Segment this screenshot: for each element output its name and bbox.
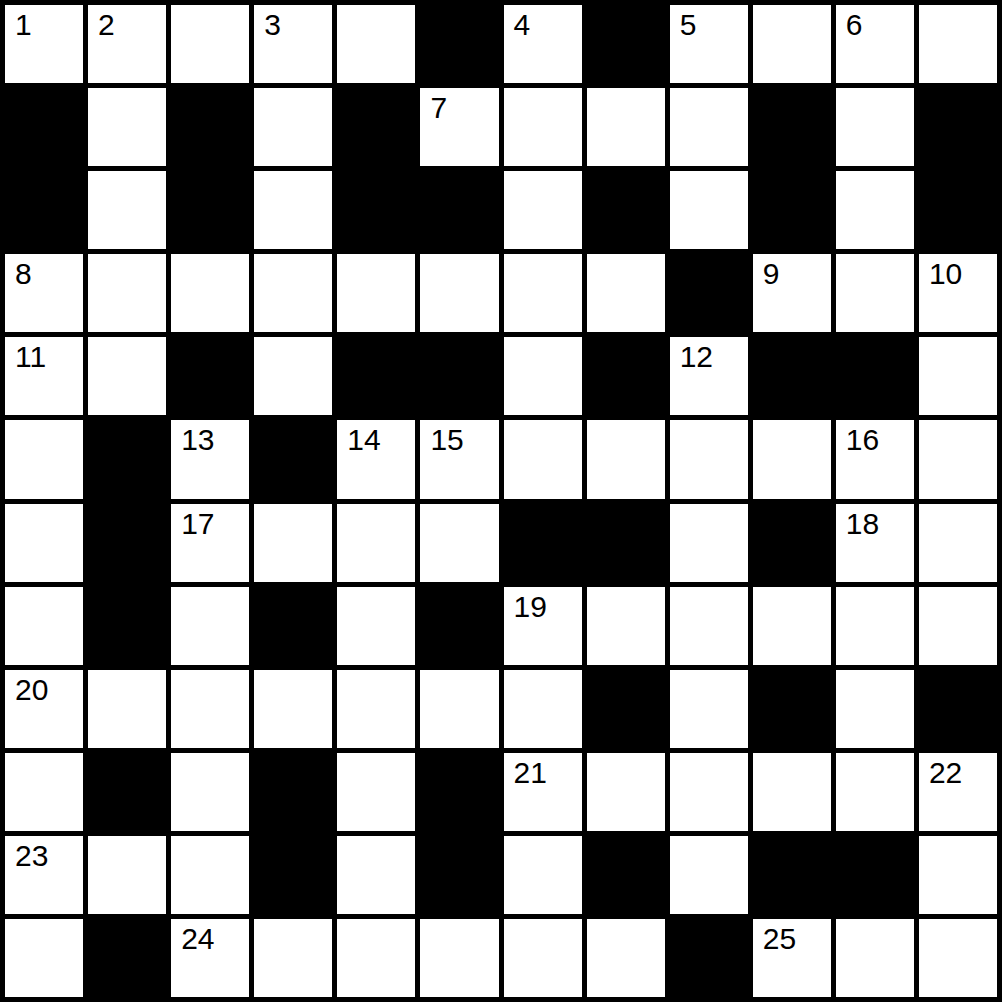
white-cell-r0-c9[interactable]: [753, 5, 831, 83]
white-cell-r7-c10[interactable]: [836, 587, 914, 665]
white-cell-r9-c11[interactable]: 22: [919, 753, 997, 831]
white-cell-r8-c0[interactable]: 20: [5, 670, 83, 748]
clue-number: 23: [15, 841, 48, 871]
crossword-grid: 1234567891011121314151617181920212223242…: [0, 0, 1002, 1002]
white-cell-r8-c2[interactable]: [171, 670, 249, 748]
white-cell-r5-c11[interactable]: [919, 420, 997, 498]
white-cell-r0-c8[interactable]: 5: [670, 5, 748, 83]
black-cell-r1-c0: [5, 88, 83, 166]
clue-number: 3: [264, 10, 281, 40]
white-cell-r11-c6[interactable]: [504, 919, 582, 997]
white-cell-r0-c1[interactable]: 2: [88, 5, 166, 83]
black-cell-r4-c2: [171, 337, 249, 415]
black-cell-r0-c7: [587, 5, 665, 83]
white-cell-r5-c2[interactable]: 13: [171, 420, 249, 498]
white-cell-r1-c6[interactable]: [504, 88, 582, 166]
white-cell-r11-c0[interactable]: [5, 919, 83, 997]
black-cell-r2-c0: [5, 171, 83, 249]
white-cell-r2-c8[interactable]: [670, 171, 748, 249]
white-cell-r4-c8[interactable]: 12: [670, 337, 748, 415]
clue-number: 8: [15, 259, 32, 289]
white-cell-r4-c0[interactable]: 11: [5, 337, 83, 415]
black-cell-r4-c10: [836, 337, 914, 415]
white-cell-r9-c2[interactable]: [171, 753, 249, 831]
black-cell-r7-c3: [254, 587, 332, 665]
white-cell-r7-c4[interactable]: [337, 587, 415, 665]
black-cell-r10-c3: [254, 836, 332, 914]
clue-number: 12: [680, 342, 713, 372]
white-cell-r9-c7[interactable]: [587, 753, 665, 831]
black-cell-r5-c1: [88, 420, 166, 498]
white-cell-r11-c4[interactable]: [337, 919, 415, 997]
white-cell-r1-c3[interactable]: [254, 88, 332, 166]
white-cell-r6-c4[interactable]: [337, 504, 415, 582]
white-cell-r2-c6[interactable]: [504, 171, 582, 249]
white-cell-r5-c7[interactable]: [587, 420, 665, 498]
black-cell-r4-c7: [587, 337, 665, 415]
white-cell-r11-c11[interactable]: [919, 919, 997, 997]
white-cell-r8-c6[interactable]: [504, 670, 582, 748]
black-cell-r10-c5: [420, 836, 498, 914]
white-cell-r5-c8[interactable]: [670, 420, 748, 498]
white-cell-r6-c3[interactable]: [254, 504, 332, 582]
black-cell-r3-c8: [670, 254, 748, 332]
black-cell-r1-c9: [753, 88, 831, 166]
white-cell-r5-c4[interactable]: 14: [337, 420, 415, 498]
white-cell-r1-c1[interactable]: [88, 88, 166, 166]
clue-number: 7: [430, 93, 447, 123]
clue-number: 14: [347, 425, 380, 455]
white-cell-r4-c11[interactable]: [919, 337, 997, 415]
clue-number: 5: [680, 10, 697, 40]
clue-number: 4: [514, 10, 531, 40]
white-cell-r5-c0[interactable]: [5, 420, 83, 498]
black-cell-r4-c9: [753, 337, 831, 415]
black-cell-r1-c2: [171, 88, 249, 166]
white-cell-r11-c5[interactable]: [420, 919, 498, 997]
white-cell-r1-c10[interactable]: [836, 88, 914, 166]
black-cell-r2-c7: [587, 171, 665, 249]
clue-number: 17: [181, 509, 214, 539]
white-cell-r6-c8[interactable]: [670, 504, 748, 582]
black-cell-r2-c4: [337, 171, 415, 249]
clue-number: 16: [846, 425, 879, 455]
white-cell-r0-c10[interactable]: 6: [836, 5, 914, 83]
black-cell-r8-c9: [753, 670, 831, 748]
white-cell-r10-c1[interactable]: [88, 836, 166, 914]
white-cell-r9-c8[interactable]: [670, 753, 748, 831]
clue-number: 20: [15, 675, 48, 705]
white-cell-r6-c2[interactable]: 17: [171, 504, 249, 582]
white-cell-r0-c0[interactable]: 1: [5, 5, 83, 83]
black-cell-r1-c11: [919, 88, 997, 166]
black-cell-r10-c9: [753, 836, 831, 914]
black-cell-r1-c4: [337, 88, 415, 166]
white-cell-r5-c9[interactable]: [753, 420, 831, 498]
clue-number: 25: [763, 924, 796, 954]
black-cell-r6-c1: [88, 504, 166, 582]
white-cell-r7-c8[interactable]: [670, 587, 748, 665]
white-cell-r10-c0[interactable]: 23: [5, 836, 83, 914]
white-cell-r9-c4[interactable]: [337, 753, 415, 831]
black-cell-r8-c7: [587, 670, 665, 748]
white-cell-r3-c11[interactable]: 10: [919, 254, 997, 332]
clue-number: 2: [98, 10, 115, 40]
black-cell-r6-c7: [587, 504, 665, 582]
black-cell-r2-c11: [919, 171, 997, 249]
black-cell-r10-c7: [587, 836, 665, 914]
white-cell-r1-c8[interactable]: [670, 88, 748, 166]
white-cell-r0-c6[interactable]: 4: [504, 5, 582, 83]
white-cell-r10-c6[interactable]: [504, 836, 582, 914]
black-cell-r4-c5: [420, 337, 498, 415]
white-cell-r9-c6[interactable]: 21: [504, 753, 582, 831]
white-cell-r6-c11[interactable]: [919, 504, 997, 582]
white-cell-r9-c0[interactable]: [5, 753, 83, 831]
white-cell-r7-c11[interactable]: [919, 587, 997, 665]
white-cell-r0-c2[interactable]: [171, 5, 249, 83]
clue-number: 18: [846, 509, 879, 539]
black-cell-r11-c8: [670, 919, 748, 997]
white-cell-r2-c1[interactable]: [88, 171, 166, 249]
white-cell-r4-c3[interactable]: [254, 337, 332, 415]
white-cell-r2-c3[interactable]: [254, 171, 332, 249]
white-cell-r3-c7[interactable]: [587, 254, 665, 332]
white-cell-r11-c10[interactable]: [836, 919, 914, 997]
black-cell-r6-c9: [753, 504, 831, 582]
black-cell-r5-c3: [254, 420, 332, 498]
white-cell-r11-c9[interactable]: 25: [753, 919, 831, 997]
white-cell-r3-c1[interactable]: [88, 254, 166, 332]
white-cell-r11-c2[interactable]: 24: [171, 919, 249, 997]
white-cell-r8-c1[interactable]: [88, 670, 166, 748]
black-cell-r2-c2: [171, 171, 249, 249]
white-cell-r7-c9[interactable]: [753, 587, 831, 665]
black-cell-r2-c5: [420, 171, 498, 249]
white-cell-r10-c4[interactable]: [337, 836, 415, 914]
white-cell-r8-c10[interactable]: [836, 670, 914, 748]
white-cell-r6-c0[interactable]: [5, 504, 83, 582]
white-cell-r10-c2[interactable]: [171, 836, 249, 914]
white-cell-r6-c10[interactable]: 18: [836, 504, 914, 582]
white-cell-r7-c6[interactable]: 19: [504, 587, 582, 665]
clue-number: 9: [763, 259, 780, 289]
white-cell-r3-c10[interactable]: [836, 254, 914, 332]
clue-number: 10: [929, 259, 962, 289]
white-cell-r11-c3[interactable]: [254, 919, 332, 997]
black-cell-r2-c9: [753, 171, 831, 249]
white-cell-r4-c1[interactable]: [88, 337, 166, 415]
white-cell-r1-c7[interactable]: [587, 88, 665, 166]
white-cell-r8-c4[interactable]: [337, 670, 415, 748]
clue-number: 13: [181, 425, 214, 455]
black-cell-r0-c5: [420, 5, 498, 83]
white-cell-r7-c7[interactable]: [587, 587, 665, 665]
white-cell-r1-c5[interactable]: 7: [420, 88, 498, 166]
clue-number: 19: [514, 592, 547, 622]
white-cell-r10-c11[interactable]: [919, 836, 997, 914]
white-cell-r6-c5[interactable]: [420, 504, 498, 582]
white-cell-r7-c0[interactable]: [5, 587, 83, 665]
white-cell-r5-c6[interactable]: [504, 420, 582, 498]
white-cell-r0-c4[interactable]: [337, 5, 415, 83]
white-cell-r7-c2[interactable]: [171, 587, 249, 665]
white-cell-r3-c4[interactable]: [337, 254, 415, 332]
white-cell-r8-c5[interactable]: [420, 670, 498, 748]
white-cell-r8-c8[interactable]: [670, 670, 748, 748]
clue-number: 21: [514, 758, 547, 788]
white-cell-r5-c10[interactable]: 16: [836, 420, 914, 498]
white-cell-r3-c9[interactable]: 9: [753, 254, 831, 332]
black-cell-r6-c6: [504, 504, 582, 582]
white-cell-r3-c5[interactable]: [420, 254, 498, 332]
white-cell-r0-c3[interactable]: 3: [254, 5, 332, 83]
black-cell-r9-c3: [254, 753, 332, 831]
white-cell-r8-c3[interactable]: [254, 670, 332, 748]
black-cell-r9-c5: [420, 753, 498, 831]
black-cell-r8-c11: [919, 670, 997, 748]
white-cell-r3-c2[interactable]: [171, 254, 249, 332]
white-cell-r2-c10[interactable]: [836, 171, 914, 249]
white-cell-r3-c0[interactable]: 8: [5, 254, 83, 332]
white-cell-r3-c3[interactable]: [254, 254, 332, 332]
white-cell-r11-c7[interactable]: [587, 919, 665, 997]
white-cell-r0-c11[interactable]: [919, 5, 997, 83]
clue-number: 11: [15, 342, 46, 372]
black-cell-r7-c1: [88, 587, 166, 665]
white-cell-r3-c6[interactable]: [504, 254, 582, 332]
white-cell-r9-c10[interactable]: [836, 753, 914, 831]
black-cell-r4-c4: [337, 337, 415, 415]
clue-number: 15: [430, 425, 463, 455]
white-cell-r9-c9[interactable]: [753, 753, 831, 831]
black-cell-r9-c1: [88, 753, 166, 831]
clue-number: 6: [846, 10, 863, 40]
white-cell-r5-c5[interactable]: 15: [420, 420, 498, 498]
white-cell-r4-c6[interactable]: [504, 337, 582, 415]
clue-number: 1: [15, 10, 32, 40]
clue-number: 24: [181, 924, 214, 954]
black-cell-r11-c1: [88, 919, 166, 997]
clue-number: 22: [929, 758, 962, 788]
black-cell-r10-c10: [836, 836, 914, 914]
white-cell-r10-c8[interactable]: [670, 836, 748, 914]
black-cell-r7-c5: [420, 587, 498, 665]
